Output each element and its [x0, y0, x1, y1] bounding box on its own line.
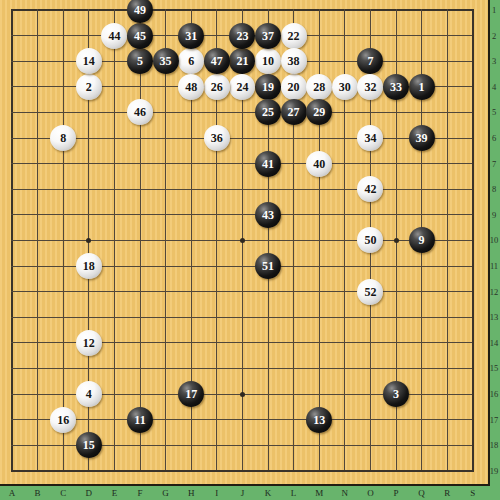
row-label-5: 5: [488, 107, 500, 117]
column-label-M: M: [311, 487, 327, 499]
column-label-O: O: [362, 487, 378, 499]
stone-31: 31: [178, 23, 204, 49]
stone-11: 11: [127, 407, 153, 433]
grid-line-horizontal: [11, 368, 474, 369]
stone-43: 43: [255, 202, 281, 228]
stone-51: 51: [255, 253, 281, 279]
row-label-17: 17: [488, 415, 500, 425]
stone-33: 33: [383, 74, 409, 100]
stone-3: 3: [383, 381, 409, 407]
go-board-surface[interactable]: 1234567891011121314151617181920212223242…: [0, 0, 490, 486]
stone-7: 7: [357, 48, 383, 74]
column-label-R: R: [439, 487, 455, 499]
row-label-8: 8: [488, 184, 500, 194]
stone-10: 10: [255, 48, 281, 74]
stone-37: 37: [255, 23, 281, 49]
row-label-14: 14: [488, 338, 500, 348]
stone-23: 23: [229, 23, 255, 49]
stone-28: 28: [306, 74, 332, 100]
stone-15: 15: [76, 432, 102, 458]
column-label-J: J: [234, 487, 250, 499]
column-label-C: C: [55, 487, 71, 499]
stone-39: 39: [409, 125, 435, 151]
star-point: [240, 238, 245, 243]
stone-8: 8: [50, 125, 76, 151]
row-label-11: 11: [488, 261, 500, 271]
row-label-18: 18: [488, 440, 500, 450]
column-label-N: N: [337, 487, 353, 499]
stone-50: 50: [357, 227, 383, 253]
stone-9: 9: [409, 227, 435, 253]
stone-42: 42: [357, 176, 383, 202]
stone-16: 16: [50, 407, 76, 433]
column-label-E: E: [106, 487, 122, 499]
row-label-13: 13: [488, 312, 500, 322]
row-label-10: 10: [488, 235, 500, 245]
stone-34: 34: [357, 125, 383, 151]
star-point: [240, 392, 245, 397]
stone-44: 44: [101, 23, 127, 49]
column-label-G: G: [158, 487, 174, 499]
row-label-6: 6: [488, 133, 500, 143]
star-point: [394, 238, 399, 243]
column-label-F: F: [132, 487, 148, 499]
stone-32: 32: [357, 74, 383, 100]
stone-14: 14: [76, 48, 102, 74]
grid-line-horizontal: [11, 291, 474, 292]
column-label-K: K: [260, 487, 276, 499]
column-label-D: D: [81, 487, 97, 499]
stone-35: 35: [153, 48, 179, 74]
row-label-12: 12: [488, 287, 500, 297]
column-label-A: A: [4, 487, 20, 499]
stone-4: 4: [76, 381, 102, 407]
column-label-P: P: [388, 487, 404, 499]
stone-38: 38: [281, 48, 307, 74]
stone-40: 40: [306, 151, 332, 177]
column-label-S: S: [465, 487, 481, 499]
stone-6: 6: [178, 48, 204, 74]
stone-47: 47: [204, 48, 230, 74]
stone-1: 1: [409, 74, 435, 100]
stone-5: 5: [127, 48, 153, 74]
stone-30: 30: [332, 74, 358, 100]
column-label-B: B: [30, 487, 46, 499]
stone-25: 25: [255, 99, 281, 125]
row-label-7: 7: [488, 159, 500, 169]
column-label-I: I: [209, 487, 225, 499]
stone-17: 17: [178, 381, 204, 407]
stone-20: 20: [281, 74, 307, 100]
stone-18: 18: [76, 253, 102, 279]
row-label-4: 4: [488, 82, 500, 92]
stone-19: 19: [255, 74, 281, 100]
column-label-Q: Q: [414, 487, 430, 499]
stone-2: 2: [76, 74, 102, 100]
column-label-H: H: [183, 487, 199, 499]
row-label-3: 3: [488, 56, 500, 66]
row-label-9: 9: [488, 210, 500, 220]
stone-13: 13: [306, 407, 332, 433]
stone-41: 41: [255, 151, 281, 177]
row-label-15: 15: [488, 363, 500, 373]
stone-36: 36: [204, 125, 230, 151]
star-point: [86, 238, 91, 243]
stone-52: 52: [357, 279, 383, 305]
row-label-1: 1: [488, 5, 500, 15]
stone-21: 21: [229, 48, 255, 74]
stone-27: 27: [281, 99, 307, 125]
stone-26: 26: [204, 74, 230, 100]
grid-line-horizontal: [11, 470, 474, 472]
row-label-16: 16: [488, 389, 500, 399]
grid-line-horizontal: [11, 317, 474, 318]
column-label-L: L: [286, 487, 302, 499]
row-label-2: 2: [488, 31, 500, 41]
stone-22: 22: [281, 23, 307, 49]
stone-29: 29: [306, 99, 332, 125]
stone-49: 49: [127, 0, 153, 23]
stone-45: 45: [127, 23, 153, 49]
stone-46: 46: [127, 99, 153, 125]
stone-12: 12: [76, 330, 102, 356]
go-diagram: 1234567891011121314151617181920212223242…: [0, 0, 500, 500]
grid-line-horizontal: [11, 419, 474, 420]
stone-48: 48: [178, 74, 204, 100]
grid-line-vertical: [472, 9, 474, 472]
grid-line-vertical: [447, 9, 448, 472]
row-label-19: 19: [488, 466, 500, 476]
stone-24: 24: [229, 74, 255, 100]
